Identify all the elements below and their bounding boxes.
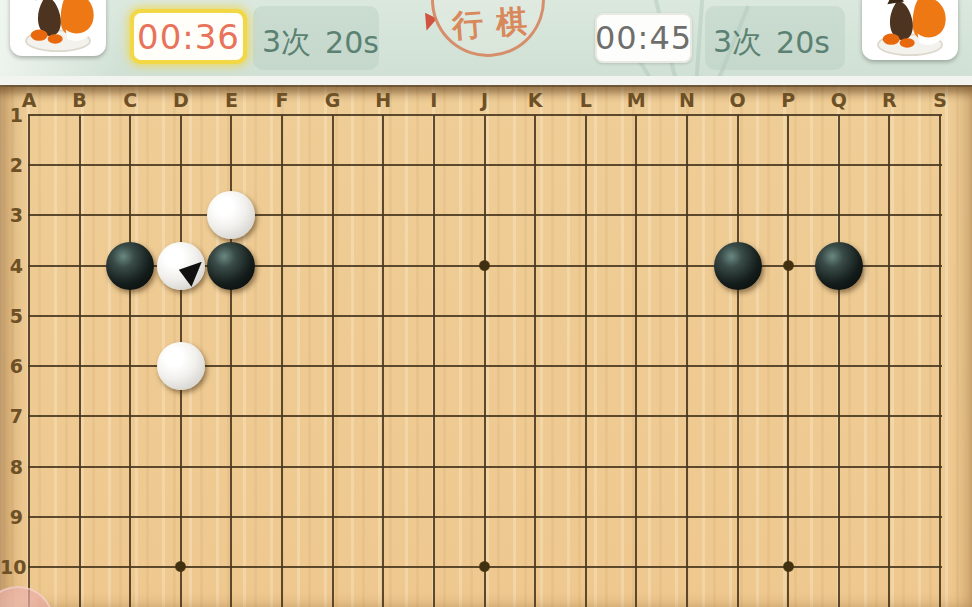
left-moves-count: 3次 [262,22,311,63]
column-label: N [675,88,699,112]
column-label: K [523,88,547,112]
grid-vertical-line [230,115,232,607]
column-label: P [776,88,800,112]
column-label: L [574,88,598,112]
left-player-avatar [10,0,106,56]
grid-horizontal-line [28,214,942,216]
stone-black-E4 [207,242,255,290]
right-byoyomi-info: 3次 20s [713,0,830,85]
column-label: B [68,88,92,112]
grid-vertical-line [686,115,688,607]
fox-mascot-icon [862,0,958,58]
left-player-timer: 00:36 [130,9,247,64]
grid-vertical-line [838,115,840,607]
grid-vertical-line [534,115,536,607]
stone-black-C4 [106,242,154,290]
right-timer-value: 00:45 [595,19,692,57]
grid-vertical-line [332,115,334,607]
column-label: O [726,88,750,112]
grid-vertical-line [129,115,131,607]
column-label: F [270,88,294,112]
grid-horizontal-line [28,114,942,116]
fox-mascot-icon [10,0,106,54]
right-moves-count: 3次 [713,22,762,63]
stamp-char: 棋 [495,0,529,44]
row-label: 2 [0,153,26,177]
turn-stamp-text: 黑 方 行 棋 [441,0,535,51]
column-label: J [473,88,497,112]
left-seconds: 20s [325,25,379,60]
star-point [175,561,186,572]
column-label: G [321,88,345,112]
stone-black-Q4 [815,242,863,290]
stone-black-O4 [714,242,762,290]
column-label: R [877,88,901,112]
row-label: 4 [0,254,26,278]
column-label: Q [827,88,851,112]
column-label: S [928,88,952,112]
row-label: 1 [0,103,26,127]
stone-white-E3 [207,191,255,239]
grid-vertical-line [382,115,384,607]
stone-white-D4 [157,242,205,290]
star-point [479,561,490,572]
row-label: 7 [0,404,26,428]
left-timer-value: 00:36 [137,17,240,57]
go-board[interactable]: ABCDEFGHIJKLMNOPQRS12345678910 [0,85,972,607]
column-label: I [422,88,446,112]
last-move-marker [179,262,202,287]
grid-vertical-line [939,115,941,607]
grid-vertical-line [79,115,81,607]
star-point [783,260,794,271]
grid-horizontal-line [28,164,942,166]
game-screen: 00:36 3次 20s 黑 方 行 棋 00:45 3次 20s [0,0,972,607]
grid-horizontal-line [28,415,942,417]
right-player-avatar [862,0,958,60]
grid-vertical-line [888,115,890,607]
column-label: H [371,88,395,112]
stone-white-D6 [157,342,205,390]
row-label: 8 [0,455,26,479]
grid-vertical-line [433,115,435,607]
star-point [783,561,794,572]
turn-stamp: 黑 方 行 棋 [427,0,549,61]
grid-vertical-line [585,115,587,607]
grid-vertical-line [635,115,637,607]
left-byoyomi-info: 3次 20s [262,0,379,85]
grid-vertical-line [737,115,739,607]
grid-vertical-line [787,115,789,607]
grid-vertical-line [28,115,30,607]
right-seconds: 20s [776,25,830,60]
row-label: 3 [0,203,26,227]
column-label: C [118,88,142,112]
column-label: E [219,88,243,112]
grid-vertical-line [281,115,283,607]
grid-vertical-line [484,115,486,607]
grid-horizontal-line [28,315,942,317]
top-bar: 00:36 3次 20s 黑 方 行 棋 00:45 3次 20s [0,0,972,85]
column-label: D [169,88,193,112]
row-label: 6 [0,354,26,378]
grid-horizontal-line [28,466,942,468]
star-point [479,260,490,271]
stamp-char: 行 [451,3,485,47]
grid-horizontal-line [28,516,942,518]
row-label: 5 [0,304,26,328]
row-label: 9 [0,505,26,529]
column-label: M [624,88,648,112]
right-player-timer: 00:45 [595,13,692,63]
row-label: 10 [0,555,26,579]
